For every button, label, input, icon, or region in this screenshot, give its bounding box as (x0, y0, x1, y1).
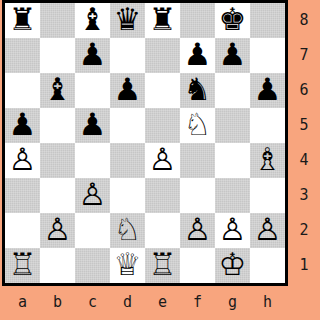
square-b3[interactable] (40, 178, 75, 213)
rank-label-7: 7 (292, 38, 316, 73)
piece-white-pawn[interactable]: ♙ (254, 213, 282, 247)
square-e5[interactable] (145, 108, 180, 143)
rank-label-4: 4 (292, 143, 316, 178)
piece-black-bishop[interactable]: ♝ (44, 73, 72, 107)
chess-board: ♜♝♛♜♚♟♟♟♝♟♞♟♟♟♘♙♙♗♙♙♘♙♙♙♖♕♖♔ (2, 0, 288, 286)
piece-black-pawn[interactable]: ♟ (79, 108, 107, 142)
square-e2[interactable] (145, 213, 180, 248)
square-f7[interactable]: ♟ (180, 38, 215, 73)
square-d6[interactable]: ♟ (110, 73, 145, 108)
square-d2[interactable]: ♘ (110, 213, 145, 248)
rank-labels: 87654321 (292, 3, 316, 283)
square-b2[interactable]: ♙ (40, 213, 75, 248)
square-g6[interactable] (215, 73, 250, 108)
square-a5[interactable]: ♟ (5, 108, 40, 143)
piece-white-bishop[interactable]: ♗ (254, 143, 282, 177)
square-e4[interactable]: ♙ (145, 143, 180, 178)
square-e7[interactable] (145, 38, 180, 73)
square-d3[interactable] (110, 178, 145, 213)
piece-black-pawn[interactable]: ♟ (9, 108, 37, 142)
square-d1[interactable]: ♕ (110, 248, 145, 283)
square-h5[interactable] (250, 108, 285, 143)
file-labels: abcdefgh (5, 290, 285, 314)
square-c8[interactable]: ♝ (75, 3, 110, 38)
square-d4[interactable] (110, 143, 145, 178)
piece-black-pawn[interactable]: ♟ (79, 38, 107, 72)
piece-white-knight[interactable]: ♘ (184, 108, 212, 142)
square-f6[interactable]: ♞ (180, 73, 215, 108)
square-c5[interactable]: ♟ (75, 108, 110, 143)
square-g3[interactable] (215, 178, 250, 213)
piece-white-pawn[interactable]: ♙ (184, 213, 212, 247)
file-label-g: g (215, 290, 250, 314)
file-label-a: a (5, 290, 40, 314)
square-c2[interactable] (75, 213, 110, 248)
piece-black-pawn[interactable]: ♟ (184, 38, 212, 72)
piece-white-pawn[interactable]: ♙ (149, 143, 177, 177)
square-d7[interactable] (110, 38, 145, 73)
square-h4[interactable]: ♗ (250, 143, 285, 178)
piece-black-king[interactable]: ♚ (219, 3, 247, 37)
square-b4[interactable] (40, 143, 75, 178)
piece-black-pawn[interactable]: ♟ (219, 38, 247, 72)
square-h3[interactable] (250, 178, 285, 213)
square-h2[interactable]: ♙ (250, 213, 285, 248)
square-b1[interactable] (40, 248, 75, 283)
square-c6[interactable] (75, 73, 110, 108)
piece-white-queen[interactable]: ♕ (114, 248, 142, 282)
square-a4[interactable]: ♙ (5, 143, 40, 178)
square-b7[interactable] (40, 38, 75, 73)
piece-black-knight[interactable]: ♞ (184, 73, 212, 107)
square-g2[interactable]: ♙ (215, 213, 250, 248)
square-g7[interactable]: ♟ (215, 38, 250, 73)
square-d5[interactable] (110, 108, 145, 143)
square-a8[interactable]: ♜ (5, 3, 40, 38)
file-label-e: e (145, 290, 180, 314)
square-f3[interactable] (180, 178, 215, 213)
square-h7[interactable] (250, 38, 285, 73)
square-f1[interactable] (180, 248, 215, 283)
square-h8[interactable] (250, 3, 285, 38)
square-f4[interactable] (180, 143, 215, 178)
square-e8[interactable]: ♜ (145, 3, 180, 38)
square-a1[interactable]: ♖ (5, 248, 40, 283)
file-label-c: c (75, 290, 110, 314)
square-b5[interactable] (40, 108, 75, 143)
square-e3[interactable] (145, 178, 180, 213)
file-label-h: h (250, 290, 285, 314)
square-a3[interactable] (5, 178, 40, 213)
square-c3[interactable]: ♙ (75, 178, 110, 213)
piece-black-rook[interactable]: ♜ (9, 3, 37, 37)
square-b8[interactable] (40, 3, 75, 38)
piece-black-rook[interactable]: ♜ (149, 3, 177, 37)
piece-black-queen[interactable]: ♛ (114, 3, 142, 37)
square-g1[interactable]: ♔ (215, 248, 250, 283)
piece-white-pawn[interactable]: ♙ (79, 178, 107, 212)
square-c4[interactable] (75, 143, 110, 178)
rank-label-5: 5 (292, 108, 316, 143)
square-a7[interactable] (5, 38, 40, 73)
chess-diagram: ♜♝♛♜♚♟♟♟♝♟♞♟♟♟♘♙♙♗♙♙♘♙♙♙♖♕♖♔ abcdefgh 87… (0, 0, 320, 320)
square-d8[interactable]: ♛ (110, 3, 145, 38)
piece-white-king[interactable]: ♔ (219, 248, 247, 282)
rank-label-6: 6 (292, 73, 316, 108)
square-h6[interactable]: ♟ (250, 73, 285, 108)
rank-label-3: 3 (292, 178, 316, 213)
square-e6[interactable] (145, 73, 180, 108)
square-g5[interactable] (215, 108, 250, 143)
square-g4[interactable] (215, 143, 250, 178)
square-f5[interactable]: ♘ (180, 108, 215, 143)
square-e1[interactable]: ♖ (145, 248, 180, 283)
piece-black-pawn[interactable]: ♟ (114, 73, 142, 107)
square-b6[interactable]: ♝ (40, 73, 75, 108)
square-f2[interactable]: ♙ (180, 213, 215, 248)
rank-label-2: 2 (292, 213, 316, 248)
rank-label-8: 8 (292, 3, 316, 38)
piece-white-rook[interactable]: ♖ (149, 248, 177, 282)
rank-label-1: 1 (292, 248, 316, 283)
piece-white-rook[interactable]: ♖ (9, 248, 37, 282)
piece-white-pawn[interactable]: ♙ (44, 213, 72, 247)
board-grid: ♜♝♛♜♚♟♟♟♝♟♞♟♟♟♘♙♙♗♙♙♘♙♙♙♖♕♖♔ (5, 3, 285, 283)
square-c7[interactable]: ♟ (75, 38, 110, 73)
square-c1[interactable] (75, 248, 110, 283)
square-a2[interactable] (5, 213, 40, 248)
file-label-f: f (180, 290, 215, 314)
piece-black-pawn[interactable]: ♟ (254, 73, 282, 107)
square-a6[interactable] (5, 73, 40, 108)
piece-white-pawn[interactable]: ♙ (219, 213, 247, 247)
square-h1[interactable] (250, 248, 285, 283)
file-label-b: b (40, 290, 75, 314)
file-label-d: d (110, 290, 145, 314)
piece-white-pawn[interactable]: ♙ (9, 143, 37, 177)
piece-black-bishop[interactable]: ♝ (79, 3, 107, 37)
square-g8[interactable]: ♚ (215, 3, 250, 38)
square-f8[interactable] (180, 3, 215, 38)
piece-white-knight[interactable]: ♘ (114, 213, 142, 247)
